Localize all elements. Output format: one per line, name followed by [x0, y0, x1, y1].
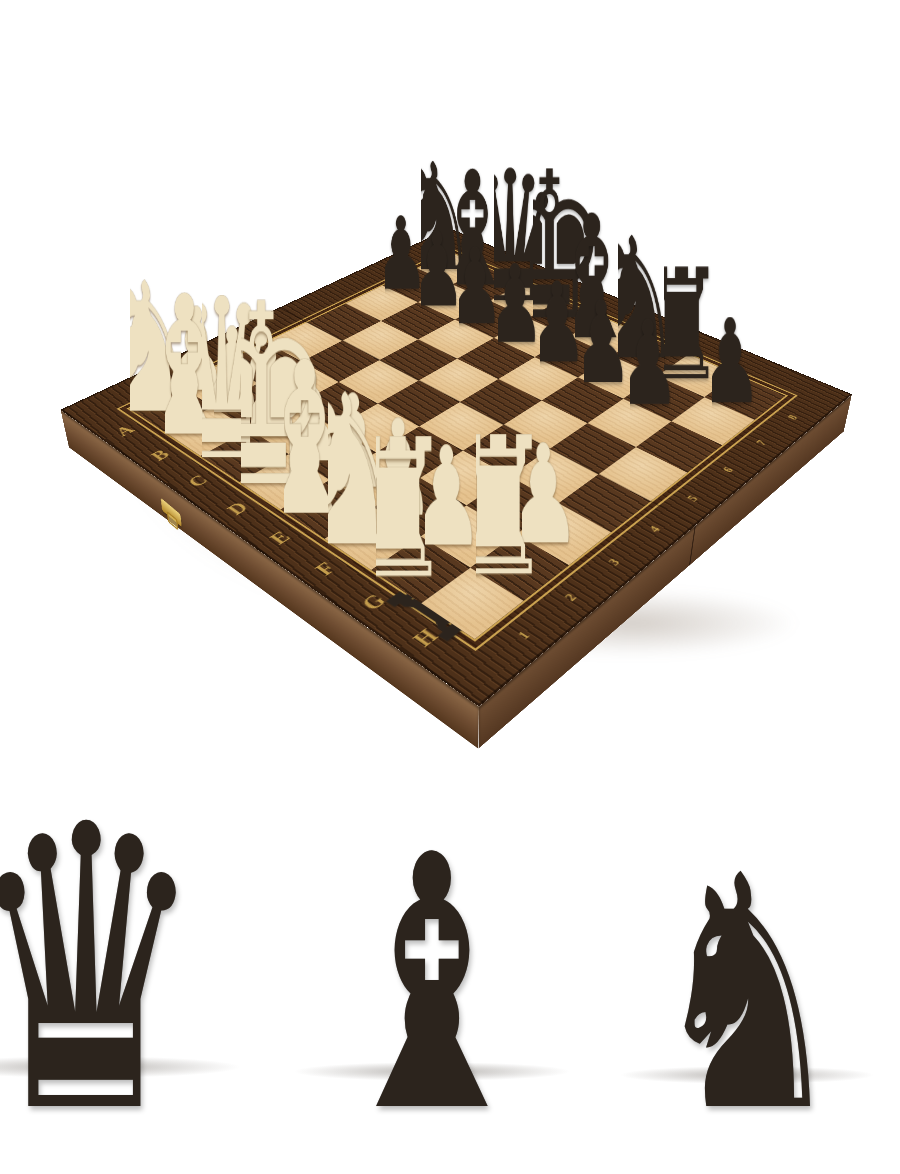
lineup-black-queen: ♛	[0, 774, 261, 1166]
fold-seam-edge	[689, 525, 696, 566]
white-rook: ♜	[376, 436, 420, 585]
black-bishop-glyph: ♝	[326, 810, 539, 1160]
rank-label-1: 1	[513, 628, 534, 643]
board-scene: GAMBIT♜ ♞♝♛♚♝♞♜♟♟♟♟♟♟♟♟♟♟♟♟♟♟♟♟♜♞♝♛♚♝♞♜ …	[180, 122, 740, 682]
rank-label-5: 5	[683, 493, 702, 504]
product-photo: GAMBIT♜ ♞♝♛♚♝♞♜♟♟♟♟♟♟♟♟♟♟♟♟♟♟♟♟♜♞♝♛♚♝♞♜ …	[0, 0, 900, 1174]
chess-board: GAMBIT♜ ♞♝♛♚♝♞♜♟♟♟♟♟♟♟♟♟♟♟♟♟♟♟♟♜♞♝♛♚♝♞♜ …	[60, 228, 852, 706]
board-squares: GAMBIT♜ ♞♝♛♚♝♞♜♟♟♟♟♟♟♟♟♟♟♟♟♟♟♟♟♜♞♝♛♚♝♞♜	[127, 251, 788, 641]
rank-label-3: 3	[604, 556, 624, 569]
rank-label-2: 2	[560, 591, 581, 604]
file-label-f: F	[311, 559, 341, 579]
white-rook: ♜	[476, 434, 520, 583]
black-pawn: ♟	[630, 318, 666, 409]
black-queen-glyph: ♛	[0, 774, 205, 1166]
rank-label-4: 4	[645, 523, 665, 535]
black-pawn: ♟	[712, 316, 748, 407]
rank-label-8: 8	[784, 413, 802, 422]
black-pawn: ♟	[584, 298, 619, 387]
lineup-black-knight: ♞	[603, 834, 892, 1156]
rank-label-7: 7	[752, 438, 770, 448]
black-piece-lineup: ♚ ♛ ♝ ♞ ♜ ♟	[0, 742, 900, 1142]
rank-label-6: 6	[719, 465, 738, 475]
black-knight-glyph: ♞	[649, 834, 845, 1156]
lineup-black-bishop: ♝	[275, 810, 589, 1160]
